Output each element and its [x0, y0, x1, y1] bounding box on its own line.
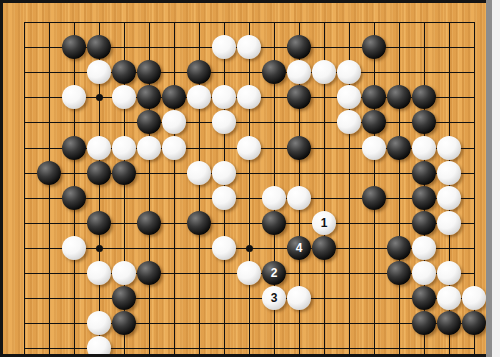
stone-white[interactable]	[437, 286, 461, 310]
stone-white[interactable]	[287, 286, 311, 310]
stone-white[interactable]	[462, 286, 486, 310]
stone-white[interactable]	[237, 261, 261, 285]
stone-black[interactable]	[412, 161, 436, 185]
stone-white[interactable]: 1	[312, 211, 336, 235]
stone-white[interactable]	[437, 261, 461, 285]
stone-black[interactable]	[287, 35, 311, 59]
move-number-label: 1	[321, 217, 328, 229]
stone-black[interactable]	[287, 136, 311, 160]
stone-white[interactable]	[112, 85, 136, 109]
stone-white[interactable]	[312, 60, 336, 84]
stone-white[interactable]	[437, 211, 461, 235]
stone-white[interactable]: 3	[262, 286, 286, 310]
stone-black[interactable]	[412, 286, 436, 310]
stone-black[interactable]	[62, 35, 86, 59]
stone-white[interactable]	[62, 85, 86, 109]
stone-white[interactable]	[112, 136, 136, 160]
stone-black[interactable]	[412, 311, 436, 335]
stone-white[interactable]	[187, 85, 211, 109]
stone-black[interactable]	[362, 85, 386, 109]
stone-white[interactable]	[212, 85, 236, 109]
stone-white[interactable]	[87, 261, 111, 285]
stone-black[interactable]	[137, 85, 161, 109]
move-number-label: 3	[271, 292, 278, 304]
go-diagram-screenshot: 1423	[0, 0, 500, 357]
stone-black[interactable]	[362, 110, 386, 134]
star-point	[96, 94, 103, 101]
stone-white[interactable]	[137, 136, 161, 160]
stone-white[interactable]	[412, 136, 436, 160]
stone-black[interactable]: 4	[287, 236, 311, 260]
stone-black[interactable]	[87, 35, 111, 59]
stone-black[interactable]	[137, 261, 161, 285]
stone-white[interactable]	[162, 110, 186, 134]
stone-black[interactable]	[162, 85, 186, 109]
stone-white[interactable]	[262, 186, 286, 210]
stone-white[interactable]	[87, 311, 111, 335]
stone-white[interactable]	[212, 110, 236, 134]
stone-black[interactable]	[262, 60, 286, 84]
stone-white[interactable]	[287, 60, 311, 84]
stone-white[interactable]	[212, 35, 236, 59]
stone-black[interactable]	[362, 186, 386, 210]
stone-white[interactable]	[212, 186, 236, 210]
stone-white[interactable]	[237, 85, 261, 109]
stone-black[interactable]	[62, 136, 86, 160]
stone-black[interactable]	[112, 60, 136, 84]
stone-white[interactable]	[337, 110, 361, 134]
stone-white[interactable]	[187, 161, 211, 185]
stone-black[interactable]	[412, 85, 436, 109]
grid-line-horizontal	[24, 198, 475, 199]
stone-black[interactable]: 2	[262, 261, 286, 285]
grid-line-horizontal	[24, 22, 475, 23]
grid-line-horizontal	[24, 298, 475, 299]
window-edge-white-strip	[492, 0, 500, 357]
stone-black[interactable]	[362, 35, 386, 59]
star-point	[246, 245, 253, 252]
board-frame-left	[0, 0, 3, 357]
stone-black[interactable]	[387, 236, 411, 260]
stone-white[interactable]	[162, 136, 186, 160]
stone-black[interactable]	[387, 85, 411, 109]
stone-white[interactable]	[412, 261, 436, 285]
stone-black[interactable]	[112, 311, 136, 335]
stone-white[interactable]	[287, 186, 311, 210]
move-number-label: 4	[296, 242, 303, 254]
stone-black[interactable]	[387, 136, 411, 160]
stone-black[interactable]	[287, 85, 311, 109]
stone-black[interactable]	[462, 311, 486, 335]
stone-white[interactable]	[212, 236, 236, 260]
stone-white[interactable]	[337, 85, 361, 109]
star-point	[96, 245, 103, 252]
stone-black[interactable]	[262, 211, 286, 235]
stone-white[interactable]	[437, 186, 461, 210]
stone-black[interactable]	[137, 211, 161, 235]
stone-white[interactable]	[212, 161, 236, 185]
stone-black[interactable]	[437, 311, 461, 335]
stone-black[interactable]	[112, 286, 136, 310]
stone-white[interactable]	[87, 60, 111, 84]
grid-line-horizontal	[24, 122, 475, 123]
stone-white[interactable]	[62, 236, 86, 260]
stone-black[interactable]	[37, 161, 61, 185]
go-board[interactable]: 1423	[0, 0, 490, 357]
stone-white[interactable]	[237, 136, 261, 160]
move-number-label: 2	[271, 267, 278, 279]
stone-black[interactable]	[387, 261, 411, 285]
stone-black[interactable]	[187, 60, 211, 84]
stone-white[interactable]	[87, 136, 111, 160]
stone-black[interactable]	[112, 161, 136, 185]
stone-black[interactable]	[137, 60, 161, 84]
stone-white[interactable]	[112, 261, 136, 285]
stone-black[interactable]	[62, 186, 86, 210]
stone-black[interactable]	[412, 211, 436, 235]
stone-white[interactable]	[437, 161, 461, 185]
stone-white[interactable]	[412, 236, 436, 260]
stone-black[interactable]	[312, 236, 336, 260]
stone-black[interactable]	[412, 110, 436, 134]
stone-white[interactable]	[362, 136, 386, 160]
stone-black[interactable]	[87, 211, 111, 235]
stone-black[interactable]	[412, 186, 436, 210]
stone-white[interactable]	[437, 136, 461, 160]
stone-black[interactable]	[87, 161, 111, 185]
stone-black[interactable]	[137, 110, 161, 134]
stone-white[interactable]	[337, 60, 361, 84]
stone-black[interactable]	[187, 211, 211, 235]
board-frame-top	[0, 0, 490, 3]
stone-white[interactable]	[237, 35, 261, 59]
